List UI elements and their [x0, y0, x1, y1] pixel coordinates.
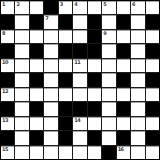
black-cell-r1c10 — [146, 15, 159, 28]
white-cell-r4c10[interactable] — [146, 59, 159, 72]
white-cell-r8c3[interactable] — [44, 117, 57, 130]
black-cell-r7c5 — [73, 102, 86, 115]
black-cell-r7c8 — [117, 102, 130, 115]
clue-number-6: 6 — [132, 1, 135, 7]
black-cell-r9c10 — [146, 131, 159, 144]
black-cell-r9c2 — [30, 131, 43, 144]
white-cell-r2c4[interactable] — [59, 30, 72, 43]
white-cell-r2c1[interactable] — [15, 30, 28, 43]
white-cell-r0c10[interactable] — [146, 1, 159, 14]
white-cell-r2c0[interactable]: 8 — [1, 30, 14, 43]
white-cell-r0c9[interactable]: 6 — [131, 1, 144, 14]
black-cell-r3c10 — [146, 44, 159, 57]
black-cell-r2c6 — [88, 30, 101, 43]
black-cell-r5c2 — [30, 73, 43, 86]
white-cell-r4c2[interactable] — [30, 59, 43, 72]
clue-number-13: 13 — [2, 117, 8, 123]
white-cell-r8c10[interactable] — [146, 117, 159, 130]
black-cell-r1c0 — [1, 15, 14, 28]
clue-number-4: 4 — [74, 1, 77, 7]
white-cell-r6c10[interactable] — [146, 88, 159, 101]
black-cell-r5c4 — [59, 73, 72, 86]
white-cell-r0c8[interactable] — [117, 1, 130, 14]
black-cell-r7c10 — [146, 102, 159, 115]
black-cell-r7c0 — [1, 102, 14, 115]
white-cell-r10c0[interactable]: 15 — [1, 146, 14, 159]
white-cell-r0c5[interactable]: 4 — [73, 1, 86, 14]
clue-number-10: 10 — [2, 59, 8, 65]
white-cell-r6c2[interactable] — [30, 88, 43, 101]
clue-number-2: 2 — [16, 1, 19, 7]
white-cell-r8c7[interactable] — [102, 117, 115, 130]
white-cell-r7c7[interactable] — [102, 102, 115, 115]
white-cell-r0c2[interactable] — [30, 1, 43, 14]
black-cell-r7c2 — [30, 102, 43, 115]
white-cell-r1c3[interactable]: 7 — [44, 15, 57, 28]
black-cell-r10c7 — [102, 146, 115, 159]
white-cell-r0c6[interactable] — [88, 1, 101, 14]
clue-number-3: 3 — [60, 1, 63, 7]
white-cell-r3c7[interactable] — [102, 44, 115, 57]
white-cell-r9c9[interactable] — [131, 131, 144, 144]
white-cell-r4c1[interactable] — [15, 59, 28, 72]
white-cell-r6c9[interactable] — [131, 88, 144, 101]
white-cell-r4c6[interactable] — [88, 59, 101, 72]
black-cell-r3c6 — [88, 44, 101, 57]
white-cell-r4c8[interactable] — [117, 59, 130, 72]
white-cell-r10c4[interactable] — [59, 146, 72, 159]
white-cell-r2c8[interactable] — [117, 30, 130, 43]
black-cell-r1c2 — [30, 15, 43, 28]
clue-number-16: 16 — [118, 146, 124, 152]
clue-number-11: 11 — [74, 59, 80, 65]
white-cell-r4c4[interactable] — [59, 59, 72, 72]
clue-number-9: 9 — [103, 30, 106, 36]
white-cell-r8c6[interactable] — [88, 117, 101, 130]
white-cell-r0c7[interactable]: 5 — [102, 1, 115, 14]
black-cell-r8c4 — [59, 117, 72, 130]
white-cell-r7c1[interactable] — [15, 102, 28, 115]
clue-number-1: 1 — [2, 1, 5, 7]
black-cell-r5c10 — [146, 73, 159, 86]
white-cell-r5c9[interactable] — [131, 73, 144, 86]
clue-number-7: 7 — [45, 15, 48, 21]
white-cell-r4c0[interactable]: 10 — [1, 59, 14, 72]
black-cell-r9c0 — [1, 131, 14, 144]
clue-number-14: 14 — [74, 117, 80, 123]
black-cell-r9c4 — [59, 131, 72, 144]
clue-number-12: 12 — [2, 88, 8, 94]
white-cell-r8c2[interactable] — [30, 117, 43, 130]
white-cell-r1c1[interactable] — [15, 15, 28, 28]
white-cell-r8c9[interactable] — [131, 117, 144, 130]
white-cell-r6c6[interactable] — [88, 88, 101, 101]
white-cell-r2c10[interactable] — [146, 30, 159, 43]
black-cell-r1c6 — [88, 15, 101, 28]
black-cell-r5c0 — [1, 73, 14, 86]
clue-number-5: 5 — [103, 1, 106, 7]
black-cell-r5c8 — [117, 73, 130, 86]
white-cell-r1c9[interactable] — [131, 15, 144, 28]
black-cell-r7c4 — [59, 102, 72, 115]
black-cell-r9c8 — [117, 131, 130, 144]
white-cell-r10c8[interactable]: 16 — [117, 146, 130, 159]
white-cell-r10c10[interactable] — [146, 146, 159, 159]
black-cell-r3c5 — [73, 44, 86, 57]
white-cell-r4c9[interactable] — [131, 59, 144, 72]
white-cell-r0c4[interactable]: 3 — [59, 1, 72, 14]
white-cell-r6c4[interactable] — [59, 88, 72, 101]
white-cell-r3c1[interactable] — [15, 44, 28, 57]
white-cell-r6c3[interactable] — [44, 88, 57, 101]
white-cell-r7c9[interactable] — [131, 102, 144, 115]
white-cell-r4c7[interactable] — [102, 59, 115, 72]
black-cell-r0c3 — [44, 1, 57, 14]
white-cell-r9c7[interactable] — [102, 131, 115, 144]
white-cell-r8c8[interactable] — [117, 117, 130, 130]
white-cell-r1c7[interactable] — [102, 15, 115, 28]
white-cell-r6c8[interactable] — [117, 88, 130, 101]
white-cell-r2c9[interactable] — [131, 30, 144, 43]
white-cell-r5c3[interactable] — [44, 73, 57, 86]
white-cell-r7c3[interactable] — [44, 102, 57, 115]
black-cell-r1c4 — [59, 15, 72, 28]
white-cell-r6c1[interactable] — [15, 88, 28, 101]
black-cell-r5c6 — [88, 73, 101, 86]
white-cell-r10c2[interactable] — [30, 146, 43, 159]
white-cell-r8c0[interactable]: 13 — [1, 117, 14, 130]
white-cell-r6c0[interactable]: 12 — [1, 88, 14, 101]
white-cell-r2c7[interactable]: 9 — [102, 30, 115, 43]
white-cell-r6c5[interactable] — [73, 88, 86, 101]
black-cell-r3c4 — [59, 44, 72, 57]
white-cell-r4c3[interactable] — [44, 59, 57, 72]
black-cell-r7c6 — [88, 102, 101, 115]
white-cell-r4c5[interactable]: 11 — [73, 59, 86, 72]
white-cell-r5c1[interactable] — [15, 73, 28, 86]
black-cell-r1c8 — [117, 15, 130, 28]
white-cell-r10c1[interactable] — [15, 146, 28, 159]
white-cell-r0c0[interactable]: 1 — [1, 1, 14, 14]
black-cell-r3c8 — [117, 44, 130, 57]
white-cell-r10c6[interactable] — [88, 146, 101, 159]
white-cell-r3c3[interactable] — [44, 44, 57, 57]
white-cell-r6c7[interactable] — [102, 88, 115, 101]
clue-number-8: 8 — [2, 30, 5, 36]
white-cell-r8c1[interactable] — [15, 117, 28, 130]
white-cell-r2c3[interactable] — [44, 30, 57, 43]
white-cell-r0c1[interactable]: 2 — [15, 1, 28, 14]
white-cell-r10c9[interactable] — [131, 146, 144, 159]
white-cell-r3c9[interactable] — [131, 44, 144, 57]
white-cell-r2c5[interactable] — [73, 30, 86, 43]
white-cell-r9c1[interactable] — [15, 131, 28, 144]
white-cell-r9c5[interactable] — [73, 131, 86, 144]
white-cell-r10c5[interactable] — [73, 146, 86, 159]
clue-number-15: 15 — [2, 146, 8, 152]
crossword-grid: 12345678910111213141516 — [0, 0, 160, 160]
white-cell-r2c2[interactable] — [30, 30, 43, 43]
black-cell-r3c2 — [30, 44, 43, 57]
white-cell-r8c5[interactable]: 14 — [73, 117, 86, 130]
black-cell-r3c0 — [1, 44, 14, 57]
white-cell-r1c5[interactable] — [73, 15, 86, 28]
white-cell-r5c5[interactable] — [73, 73, 86, 86]
white-cell-r5c7[interactable] — [102, 73, 115, 86]
white-cell-r9c3[interactable] — [44, 131, 57, 144]
black-cell-r9c6 — [88, 131, 101, 144]
white-cell-r10c3[interactable] — [44, 146, 57, 159]
